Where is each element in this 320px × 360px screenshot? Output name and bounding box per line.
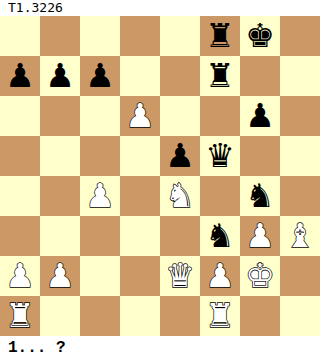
square-a8[interactable] [0,16,40,56]
square-e4[interactable]: ♞ [160,176,200,216]
white-king-piece: ♚ [245,256,275,296]
square-a2[interactable]: ♟ [0,256,40,296]
white-knight-piece: ♞ [165,176,195,216]
square-f1[interactable]: ♜ [200,296,240,336]
square-d4[interactable] [120,176,160,216]
square-d7[interactable] [120,56,160,96]
square-a1[interactable]: ♜ [0,296,40,336]
square-b2[interactable]: ♟ [40,256,80,296]
black-queen-piece: ♛ [205,136,235,176]
black-rook-piece: ♜ [205,56,235,96]
white-pawn-piece: ♟ [205,256,235,296]
square-d6[interactable]: ♟ [120,96,160,136]
white-pawn-piece: ♟ [245,216,275,256]
square-g1[interactable] [240,296,280,336]
square-d5[interactable] [120,136,160,176]
square-h1[interactable] [280,296,320,336]
square-e6[interactable] [160,96,200,136]
square-g5[interactable] [240,136,280,176]
square-b5[interactable] [40,136,80,176]
square-e8[interactable] [160,16,200,56]
square-d2[interactable] [120,256,160,296]
black-pawn-piece: ♟ [5,56,35,96]
square-f6[interactable] [200,96,240,136]
black-pawn-piece: ♟ [85,56,115,96]
square-c6[interactable] [80,96,120,136]
square-g3[interactable]: ♟ [240,216,280,256]
square-g6[interactable]: ♟ [240,96,280,136]
square-c5[interactable] [80,136,120,176]
square-h6[interactable] [280,96,320,136]
square-a6[interactable] [0,96,40,136]
square-c4[interactable]: ♟ [80,176,120,216]
black-pawn-piece: ♟ [45,56,75,96]
square-e7[interactable] [160,56,200,96]
square-a3[interactable] [0,216,40,256]
square-g7[interactable] [240,56,280,96]
white-pawn-piece: ♟ [85,176,115,216]
white-pawn-piece: ♟ [5,256,35,296]
white-pawn-piece: ♟ [125,96,155,136]
square-d3[interactable] [120,216,160,256]
square-a4[interactable] [0,176,40,216]
square-a7[interactable]: ♟ [0,56,40,96]
square-f4[interactable] [200,176,240,216]
square-e1[interactable] [160,296,200,336]
square-a5[interactable] [0,136,40,176]
square-e3[interactable] [160,216,200,256]
square-g2[interactable]: ♚ [240,256,280,296]
square-c8[interactable] [80,16,120,56]
square-c7[interactable]: ♟ [80,56,120,96]
square-c1[interactable] [80,296,120,336]
white-rook-piece: ♜ [5,296,35,336]
white-bishop-piece: ♝ [285,216,315,256]
square-e2[interactable]: ♛ [160,256,200,296]
square-e5[interactable]: ♟ [160,136,200,176]
square-g4[interactable]: ♞ [240,176,280,216]
square-h5[interactable] [280,136,320,176]
white-queen-piece: ♛ [165,256,195,296]
black-knight-piece: ♞ [205,216,235,256]
square-b6[interactable] [40,96,80,136]
square-f2[interactable]: ♟ [200,256,240,296]
black-king-piece: ♚ [245,16,275,56]
move-prompt: 1... ? [0,336,320,360]
black-rook-piece: ♜ [205,16,235,56]
square-h4[interactable] [280,176,320,216]
square-c3[interactable] [80,216,120,256]
white-rook-piece: ♜ [205,296,235,336]
square-f3[interactable]: ♞ [200,216,240,256]
square-b1[interactable] [40,296,80,336]
square-b7[interactable]: ♟ [40,56,80,96]
square-h8[interactable] [280,16,320,56]
square-f8[interactable]: ♜ [200,16,240,56]
square-b8[interactable] [40,16,80,56]
square-d8[interactable] [120,16,160,56]
square-b4[interactable] [40,176,80,216]
square-f5[interactable]: ♛ [200,136,240,176]
square-d1[interactable] [120,296,160,336]
square-h7[interactable] [280,56,320,96]
square-h3[interactable]: ♝ [280,216,320,256]
puzzle-title: T1.3226 [0,0,320,16]
white-pawn-piece: ♟ [45,256,75,296]
square-h2[interactable] [280,256,320,296]
square-g8[interactable]: ♚ [240,16,280,56]
square-b3[interactable] [40,216,80,256]
black-pawn-piece: ♟ [245,96,275,136]
chess-board: ♜♚♟♟♟♜♟♟♟♛♟♞♞♞♟♝♟♟♛♟♚♜♜ [0,16,320,336]
black-pawn-piece: ♟ [165,136,195,176]
black-knight-piece: ♞ [245,176,275,216]
square-c2[interactable] [80,256,120,296]
square-f7[interactable]: ♜ [200,56,240,96]
